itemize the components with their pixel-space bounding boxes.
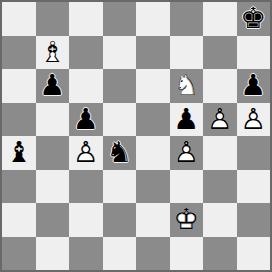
square-g8[interactable] (203, 2, 237, 36)
square-d4[interactable]: ♞ (103, 136, 137, 170)
square-d7[interactable] (103, 36, 137, 70)
square-e3[interactable] (136, 170, 170, 204)
black-pawn: ♟ (240, 71, 266, 100)
square-c2[interactable] (69, 203, 103, 237)
square-a5[interactable] (2, 103, 36, 137)
black-bishop: ♝ (6, 138, 32, 167)
square-h8[interactable]: ♚ (237, 2, 271, 36)
black-pawn: ♟ (39, 71, 65, 100)
square-b4[interactable] (36, 136, 70, 170)
square-a3[interactable] (2, 170, 36, 204)
square-a6[interactable] (2, 69, 36, 103)
black-pawn: ♟ (73, 105, 99, 134)
square-f4[interactable]: ♟♙ (170, 136, 204, 170)
square-a1[interactable] (2, 237, 36, 271)
square-g1[interactable] (203, 237, 237, 271)
white-pawn: ♟♙ (73, 138, 99, 167)
square-f6[interactable]: ♞♘ (170, 69, 204, 103)
square-b7[interactable]: ♝♗ (36, 36, 70, 70)
square-g6[interactable] (203, 69, 237, 103)
square-e4[interactable] (136, 136, 170, 170)
square-h3[interactable] (237, 170, 271, 204)
square-a4[interactable]: ♝ (2, 136, 36, 170)
white-pawn: ♟♙ (173, 138, 199, 167)
square-d1[interactable] (103, 237, 137, 271)
square-c3[interactable] (69, 170, 103, 204)
square-h2[interactable] (237, 203, 271, 237)
white-pawn: ♟♙ (240, 105, 266, 134)
square-g4[interactable] (203, 136, 237, 170)
square-h1[interactable] (237, 237, 271, 271)
square-f7[interactable] (170, 36, 204, 70)
square-d5[interactable] (103, 103, 137, 137)
white-king: ♚♔ (173, 205, 199, 234)
black-pawn: ♟ (173, 105, 199, 134)
square-f5[interactable]: ♟ (170, 103, 204, 137)
square-a8[interactable] (2, 2, 36, 36)
square-c8[interactable] (69, 2, 103, 36)
square-c7[interactable] (69, 36, 103, 70)
square-e2[interactable] (136, 203, 170, 237)
square-d8[interactable] (103, 2, 137, 36)
square-d6[interactable] (103, 69, 137, 103)
square-b8[interactable] (36, 2, 70, 36)
square-b3[interactable] (36, 170, 70, 204)
black-knight: ♞ (106, 138, 132, 167)
square-g3[interactable] (203, 170, 237, 204)
square-b2[interactable] (36, 203, 70, 237)
square-g5[interactable]: ♟♙ (203, 103, 237, 137)
square-h5[interactable]: ♟♙ (237, 103, 271, 137)
square-b1[interactable] (36, 237, 70, 271)
square-f3[interactable] (170, 170, 204, 204)
square-e8[interactable] (136, 2, 170, 36)
square-b6[interactable]: ♟ (36, 69, 70, 103)
chess-board: ♚♝♗♟♞♘♟♟♟♟♙♟♙♝♟♙♞♟♙♚♔ (0, 0, 272, 272)
square-h7[interactable] (237, 36, 271, 70)
square-a7[interactable] (2, 36, 36, 70)
square-b5[interactable] (36, 103, 70, 137)
square-g2[interactable] (203, 203, 237, 237)
square-g7[interactable] (203, 36, 237, 70)
square-c6[interactable] (69, 69, 103, 103)
square-f8[interactable] (170, 2, 204, 36)
square-d3[interactable] (103, 170, 137, 204)
square-e6[interactable] (136, 69, 170, 103)
square-c5[interactable]: ♟ (69, 103, 103, 137)
white-knight: ♞♘ (173, 71, 199, 100)
white-bishop: ♝♗ (39, 38, 65, 67)
square-d2[interactable] (103, 203, 137, 237)
square-f2[interactable]: ♚♔ (170, 203, 204, 237)
square-h6[interactable]: ♟ (237, 69, 271, 103)
square-f1[interactable] (170, 237, 204, 271)
square-e5[interactable] (136, 103, 170, 137)
square-a2[interactable] (2, 203, 36, 237)
square-c1[interactable] (69, 237, 103, 271)
square-c4[interactable]: ♟♙ (69, 136, 103, 170)
square-e7[interactable] (136, 36, 170, 70)
square-e1[interactable] (136, 237, 170, 271)
white-pawn: ♟♙ (207, 105, 233, 134)
square-h4[interactable] (237, 136, 271, 170)
black-king: ♚ (240, 4, 266, 33)
